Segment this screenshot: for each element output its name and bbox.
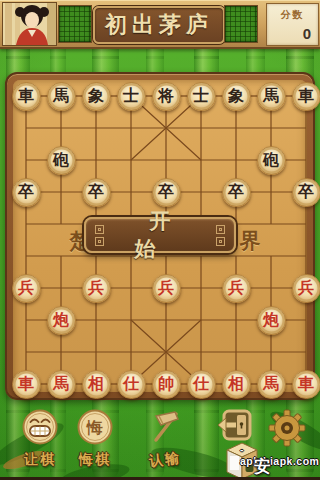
piece-black-士[interactable]: 士 <box>117 82 146 111</box>
scroll-ornament-right <box>216 225 225 246</box>
score-panel: 分数 0 <box>266 3 319 46</box>
piece-black-士[interactable]: 士 <box>187 82 216 111</box>
piece-red-炮[interactable]: 炮 <box>257 306 286 335</box>
piece-red-帥[interactable]: 帥 <box>152 370 181 399</box>
surrender-flag-icon <box>145 407 185 445</box>
resign-label: 认输 <box>144 449 186 471</box>
piece-black-象[interactable]: 象 <box>222 82 251 111</box>
regret-coin-icon: 悔 <box>77 409 113 445</box>
piece-black-卒[interactable]: 卒 <box>292 178 320 207</box>
piece-red-炮[interactable]: 炮 <box>47 306 76 335</box>
piece-red-兵[interactable]: 兵 <box>292 274 320 303</box>
player-avatar[interactable] <box>2 2 57 46</box>
undo-label: 悔棋 <box>77 451 113 469</box>
settings-gear-icon <box>267 408 307 448</box>
piece-red-仕[interactable]: 仕 <box>117 370 146 399</box>
piece-black-卒[interactable]: 卒 <box>152 178 181 207</box>
lattice-decoration-right <box>224 5 258 43</box>
piece-red-馬[interactable]: 馬 <box>47 370 76 399</box>
piece-red-馬[interactable]: 馬 <box>257 370 286 399</box>
piece-black-砲[interactable]: 砲 <box>47 146 76 175</box>
piece-red-兵[interactable]: 兵 <box>82 274 111 303</box>
smiley-coin-icon <box>22 409 58 445</box>
game-screen: 初出茅庐 分数 0 楚 河 汉 界 車馬象士将士象馬車砲砲卒卒卒卒卒兵兵 <box>0 0 320 480</box>
piece-black-車[interactable]: 車 <box>292 82 320 111</box>
score-label: 分数 <box>267 8 318 22</box>
piece-black-砲[interactable]: 砲 <box>257 146 286 175</box>
piece-red-仕[interactable]: 仕 <box>187 370 216 399</box>
start-button[interactable]: 开始 <box>84 217 236 253</box>
piece-black-将[interactable]: 将 <box>152 82 181 111</box>
piece-red-車[interactable]: 車 <box>12 370 41 399</box>
avatar-illustration <box>3 3 56 45</box>
resign-button[interactable]: 认输 <box>145 407 185 469</box>
exit-door-icon <box>217 407 253 443</box>
piece-black-馬[interactable]: 馬 <box>257 82 286 111</box>
piece-black-卒[interactable]: 卒 <box>82 178 111 207</box>
piece-red-兵[interactable]: 兵 <box>12 274 41 303</box>
piece-red-兵[interactable]: 兵 <box>152 274 181 303</box>
page-title: 初出茅庐 <box>105 10 213 40</box>
piece-red-車[interactable]: 車 <box>292 370 320 399</box>
score-value: 0 <box>267 25 318 42</box>
watermark-url: -apk.hiapk.com <box>240 443 319 467</box>
piece-black-卒[interactable]: 卒 <box>12 178 41 207</box>
start-button-label: 开始 <box>104 207 216 263</box>
piece-red-兵[interactable]: 兵 <box>222 274 251 303</box>
svg-text:悔: 悔 <box>86 419 103 436</box>
lattice-decoration-left <box>58 5 92 43</box>
piece-black-象[interactable]: 象 <box>82 82 111 111</box>
top-bar: 初出茅庐 分数 0 <box>0 0 320 49</box>
undo-move-button[interactable]: 悔 悔棋 <box>77 409 113 469</box>
piece-black-卒[interactable]: 卒 <box>222 178 251 207</box>
concede-label: 让棋 <box>22 451 58 469</box>
piece-red-相[interactable]: 相 <box>82 370 111 399</box>
piece-red-相[interactable]: 相 <box>222 370 251 399</box>
level-title-plaque: 初出茅庐 <box>93 6 225 44</box>
piece-black-車[interactable]: 車 <box>12 82 41 111</box>
concede-piece-button[interactable]: 让棋 <box>22 409 58 469</box>
scroll-ornament-left <box>95 225 104 246</box>
piece-black-馬[interactable]: 馬 <box>47 82 76 111</box>
